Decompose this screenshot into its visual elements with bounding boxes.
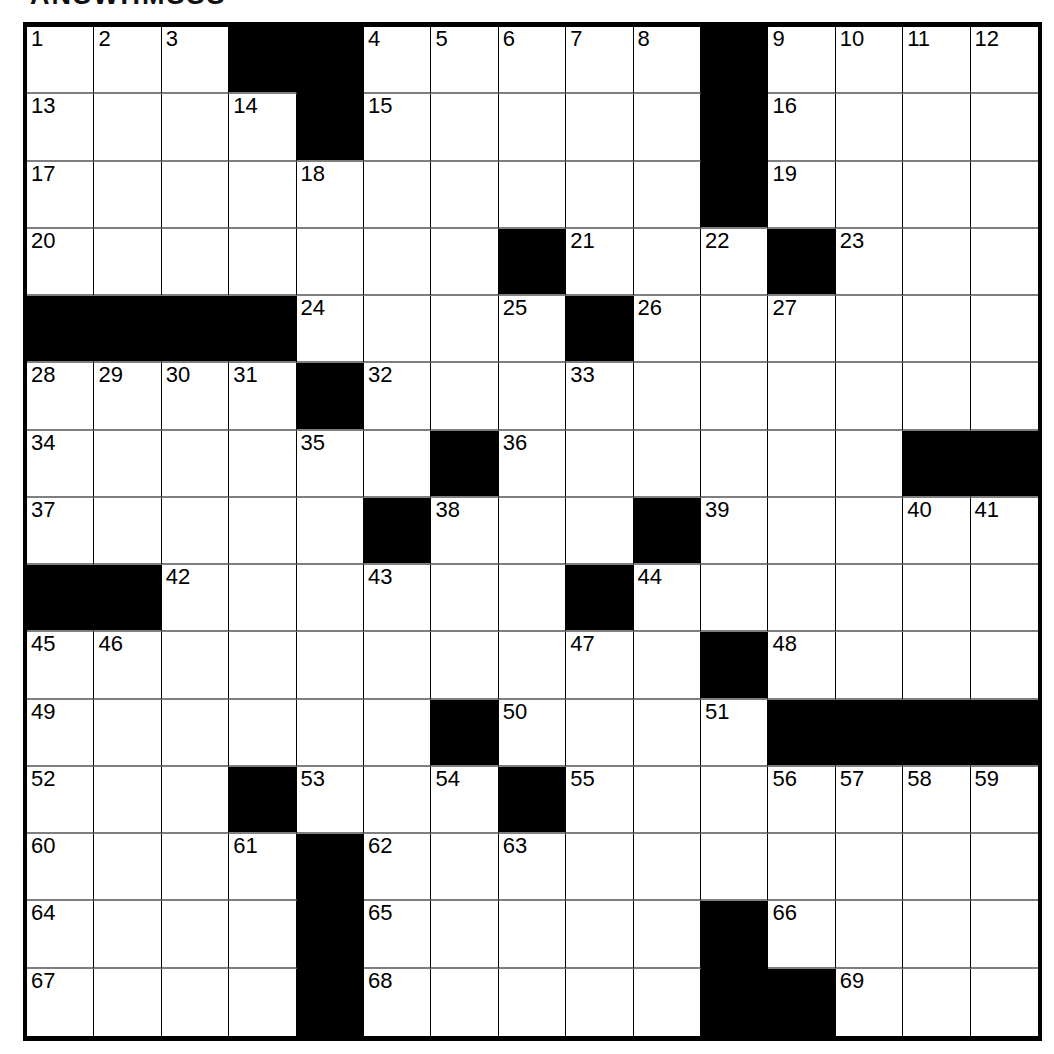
clue-number: 58 (907, 767, 931, 791)
white-cell[interactable] (499, 901, 566, 968)
black-cell (903, 700, 970, 767)
white-cell[interactable] (162, 969, 229, 1036)
white-cell[interactable]: 22 (701, 229, 768, 296)
white-cell[interactable] (94, 94, 161, 161)
white-cell[interactable]: 30 (162, 363, 229, 430)
clue-number: 54 (435, 767, 459, 791)
clue-number: 55 (570, 767, 594, 791)
white-cell[interactable] (836, 498, 903, 565)
clue-number: 29 (98, 363, 122, 387)
black-cell (701, 94, 768, 161)
white-cell[interactable]: 54 (431, 767, 498, 834)
clue-number: 67 (31, 969, 55, 993)
white-cell[interactable] (903, 296, 970, 363)
white-cell[interactable] (566, 700, 633, 767)
clue-number: 40 (907, 498, 931, 522)
clue-number: 15 (368, 94, 392, 118)
white-cell[interactable] (364, 767, 431, 834)
white-cell[interactable]: 64 (27, 901, 94, 968)
clue-number: 21 (570, 229, 594, 253)
white-cell[interactable] (94, 498, 161, 565)
white-cell[interactable] (297, 632, 364, 699)
black-cell (162, 296, 229, 363)
white-cell[interactable] (162, 700, 229, 767)
white-cell[interactable] (94, 700, 161, 767)
clue-number: 38 (435, 498, 459, 522)
black-cell (297, 27, 364, 94)
white-cell[interactable] (634, 431, 701, 498)
clue-number: 25 (503, 296, 527, 320)
white-cell[interactable] (634, 363, 701, 430)
clue-number: 60 (31, 834, 55, 858)
white-cell[interactable]: 33 (566, 363, 633, 430)
white-cell[interactable] (836, 632, 903, 699)
clue-number: 41 (975, 498, 999, 522)
white-cell[interactable] (162, 834, 229, 901)
white-cell[interactable]: 14 (229, 94, 296, 161)
white-cell[interactable] (903, 969, 970, 1036)
clue-number: 45 (31, 632, 55, 656)
white-cell[interactable]: 16 (768, 94, 835, 161)
clue-number: 9 (772, 27, 784, 51)
white-cell[interactable]: 4 (364, 27, 431, 94)
white-cell[interactable]: 55 (566, 767, 633, 834)
clue-number: 6 (503, 27, 515, 51)
black-cell (94, 296, 161, 363)
white-cell[interactable]: 37 (27, 498, 94, 565)
black-cell (566, 565, 633, 632)
white-cell[interactable]: 7 (566, 27, 633, 94)
white-cell[interactable] (971, 901, 1038, 968)
white-cell[interactable] (499, 969, 566, 1036)
white-cell[interactable] (229, 498, 296, 565)
white-cell[interactable] (499, 162, 566, 229)
white-cell[interactable]: 23 (836, 229, 903, 296)
clue-number: 39 (705, 498, 729, 522)
black-cell (768, 229, 835, 296)
white-cell[interactable] (229, 901, 296, 968)
white-cell[interactable]: 39 (701, 498, 768, 565)
white-cell[interactable] (364, 296, 431, 363)
clue-number: 7 (570, 27, 582, 51)
white-cell[interactable]: 69 (836, 969, 903, 1036)
clue-number: 17 (31, 162, 55, 186)
white-cell[interactable] (701, 296, 768, 363)
white-cell[interactable]: 51 (701, 700, 768, 767)
white-cell[interactable]: 10 (836, 27, 903, 94)
white-cell[interactable] (499, 363, 566, 430)
black-cell (566, 296, 633, 363)
clue-number: 61 (233, 834, 257, 858)
clue-number: 34 (31, 431, 55, 455)
white-cell[interactable]: 34 (27, 431, 94, 498)
clue-number: 50 (503, 700, 527, 724)
clue-number: 19 (772, 162, 796, 186)
clue-number: 63 (503, 834, 527, 858)
white-cell[interactable]: 38 (431, 498, 498, 565)
white-cell[interactable]: 61 (229, 834, 296, 901)
clue-number: 47 (570, 632, 594, 656)
clue-number: 16 (772, 94, 796, 118)
white-cell[interactable] (971, 229, 1038, 296)
white-cell[interactable]: 65 (364, 901, 431, 968)
white-cell[interactable] (162, 162, 229, 229)
black-cell (701, 901, 768, 968)
black-cell (499, 767, 566, 834)
white-cell[interactable] (499, 632, 566, 699)
white-cell[interactable]: 17 (27, 162, 94, 229)
white-cell[interactable]: 66 (768, 901, 835, 968)
white-cell[interactable] (836, 565, 903, 632)
white-cell[interactable] (836, 901, 903, 968)
clue-number: 14 (233, 94, 257, 118)
clue-number: 33 (570, 363, 594, 387)
black-cell (297, 94, 364, 161)
white-cell[interactable] (634, 632, 701, 699)
black-cell (903, 431, 970, 498)
white-cell[interactable]: 21 (566, 229, 633, 296)
clue-number: 65 (368, 901, 392, 925)
black-cell (431, 431, 498, 498)
white-cell[interactable]: 68 (364, 969, 431, 1036)
crossword-grid: 1234567891011121314151617181920212223242… (23, 22, 1042, 1041)
white-cell[interactable] (971, 565, 1038, 632)
white-cell[interactable] (364, 632, 431, 699)
white-cell[interactable]: 6 (499, 27, 566, 94)
white-cell[interactable] (903, 834, 970, 901)
white-cell[interactable] (94, 229, 161, 296)
white-cell[interactable] (903, 363, 970, 430)
white-cell[interactable] (836, 431, 903, 498)
clue-number: 48 (772, 632, 796, 656)
black-cell (971, 431, 1038, 498)
clue-number: 31 (233, 363, 257, 387)
clue-number: 57 (840, 767, 864, 791)
white-cell[interactable] (94, 162, 161, 229)
white-cell[interactable] (431, 632, 498, 699)
clue-number: 23 (840, 229, 864, 253)
white-cell[interactable]: 25 (499, 296, 566, 363)
white-cell[interactable] (566, 901, 633, 968)
clue-number: 69 (840, 969, 864, 993)
clue-number: 12 (975, 27, 999, 51)
white-cell[interactable] (229, 969, 296, 1036)
white-cell[interactable]: 12 (971, 27, 1038, 94)
white-cell[interactable]: 46 (94, 632, 161, 699)
black-cell (971, 700, 1038, 767)
white-cell[interactable] (162, 767, 229, 834)
clue-number: 28 (31, 363, 55, 387)
white-cell[interactable]: 15 (364, 94, 431, 161)
white-cell[interactable]: 27 (768, 296, 835, 363)
black-cell (94, 565, 161, 632)
white-cell[interactable]: 40 (903, 498, 970, 565)
clue-number: 18 (301, 162, 325, 186)
clue-number: 32 (368, 363, 392, 387)
clue-number: 62 (368, 834, 392, 858)
black-cell (701, 162, 768, 229)
clue-number: 66 (772, 901, 796, 925)
white-cell[interactable] (94, 834, 161, 901)
white-cell[interactable] (903, 162, 970, 229)
white-cell[interactable]: 19 (768, 162, 835, 229)
white-cell[interactable] (364, 431, 431, 498)
clue-number: 51 (705, 700, 729, 724)
white-cell[interactable] (431, 901, 498, 968)
white-cell[interactable]: 26 (634, 296, 701, 363)
white-cell[interactable]: 44 (634, 565, 701, 632)
clue-number: 30 (166, 363, 190, 387)
white-cell[interactable] (566, 498, 633, 565)
white-cell[interactable] (162, 94, 229, 161)
white-cell[interactable] (229, 162, 296, 229)
white-cell[interactable] (229, 229, 296, 296)
white-cell[interactable] (162, 498, 229, 565)
white-cell[interactable]: 24 (297, 296, 364, 363)
white-cell[interactable] (297, 565, 364, 632)
clue-number: 64 (31, 901, 55, 925)
white-cell[interactable]: 48 (768, 632, 835, 699)
white-cell[interactable]: 28 (27, 363, 94, 430)
clue-number: 3 (166, 27, 178, 51)
white-cell[interactable] (971, 94, 1038, 161)
clue-number: 46 (98, 632, 122, 656)
white-cell[interactable] (94, 901, 161, 968)
clue-number: 52 (31, 767, 55, 791)
white-cell[interactable] (701, 767, 768, 834)
white-cell[interactable]: 11 (903, 27, 970, 94)
white-cell[interactable] (566, 431, 633, 498)
white-cell[interactable]: 32 (364, 363, 431, 430)
white-cell[interactable] (431, 565, 498, 632)
white-cell[interactable] (836, 834, 903, 901)
clue-number: 59 (975, 767, 999, 791)
white-cell[interactable] (566, 94, 633, 161)
black-cell (701, 27, 768, 94)
white-cell[interactable] (566, 969, 633, 1036)
white-cell[interactable]: 59 (971, 767, 1038, 834)
white-cell[interactable] (634, 767, 701, 834)
white-cell[interactable] (364, 700, 431, 767)
clue-number: 8 (638, 27, 650, 51)
white-cell[interactable] (162, 901, 229, 968)
white-cell[interactable] (903, 901, 970, 968)
white-cell[interactable]: 67 (27, 969, 94, 1036)
white-cell[interactable] (971, 363, 1038, 430)
black-cell (27, 296, 94, 363)
clue-number: 5 (435, 27, 447, 51)
white-cell[interactable] (499, 565, 566, 632)
white-cell[interactable] (701, 431, 768, 498)
white-cell[interactable] (634, 229, 701, 296)
white-cell[interactable]: 58 (903, 767, 970, 834)
black-cell (701, 632, 768, 699)
white-cell[interactable]: 56 (768, 767, 835, 834)
black-cell (297, 834, 364, 901)
white-cell[interactable] (634, 94, 701, 161)
white-cell[interactable]: 18 (297, 162, 364, 229)
white-cell[interactable]: 49 (27, 700, 94, 767)
white-cell[interactable]: 53 (297, 767, 364, 834)
white-cell[interactable] (634, 969, 701, 1036)
white-cell[interactable] (836, 162, 903, 229)
cropped-title-text: ANSWHMSSS (30, 0, 320, 9)
black-cell (27, 565, 94, 632)
white-cell[interactable] (971, 162, 1038, 229)
white-cell[interactable]: 47 (566, 632, 633, 699)
white-cell[interactable] (297, 700, 364, 767)
white-cell[interactable] (836, 363, 903, 430)
white-cell[interactable] (634, 901, 701, 968)
clue-number: 37 (31, 498, 55, 522)
black-cell (431, 700, 498, 767)
black-cell (229, 27, 296, 94)
cropped-title: ANSWHMSSS (30, 0, 320, 9)
white-cell[interactable] (162, 431, 229, 498)
black-cell (364, 498, 431, 565)
clue-number: 4 (368, 27, 380, 51)
clue-number: 10 (840, 27, 864, 51)
clue-number: 42 (166, 565, 190, 589)
white-cell[interactable] (971, 969, 1038, 1036)
white-cell[interactable] (701, 565, 768, 632)
white-cell[interactable] (431, 296, 498, 363)
white-cell[interactable]: 50 (499, 700, 566, 767)
white-cell[interactable] (768, 565, 835, 632)
white-cell[interactable] (971, 296, 1038, 363)
white-cell[interactable] (768, 363, 835, 430)
white-cell[interactable] (431, 229, 498, 296)
black-cell (297, 363, 364, 430)
clue-number: 20 (31, 229, 55, 253)
white-cell[interactable]: 2 (94, 27, 161, 94)
white-cell[interactable] (431, 162, 498, 229)
black-cell (768, 969, 835, 1036)
white-cell[interactable] (903, 229, 970, 296)
black-cell (634, 498, 701, 565)
white-cell[interactable] (431, 94, 498, 161)
white-cell[interactable] (634, 700, 701, 767)
clue-number: 36 (503, 431, 527, 455)
white-cell[interactable] (499, 498, 566, 565)
white-cell[interactable] (634, 162, 701, 229)
white-cell[interactable] (634, 834, 701, 901)
white-cell[interactable] (94, 431, 161, 498)
clue-number: 26 (638, 296, 662, 320)
clue-number: 56 (772, 767, 796, 791)
white-cell[interactable]: 1 (27, 27, 94, 94)
white-cell[interactable] (364, 162, 431, 229)
clue-number: 44 (638, 565, 662, 589)
white-cell[interactable]: 45 (27, 632, 94, 699)
white-cell[interactable]: 9 (768, 27, 835, 94)
white-cell[interactable]: 13 (27, 94, 94, 161)
white-cell[interactable]: 36 (499, 431, 566, 498)
white-cell[interactable] (768, 431, 835, 498)
white-cell[interactable] (162, 632, 229, 699)
white-cell[interactable]: 57 (836, 767, 903, 834)
white-cell[interactable] (903, 565, 970, 632)
clue-number: 1 (31, 27, 43, 51)
white-cell[interactable] (971, 632, 1038, 699)
white-cell[interactable]: 29 (94, 363, 161, 430)
white-cell[interactable]: 43 (364, 565, 431, 632)
white-cell[interactable] (94, 969, 161, 1036)
clue-number: 22 (705, 229, 729, 253)
clue-number: 35 (301, 431, 325, 455)
white-cell[interactable] (431, 969, 498, 1036)
white-cell[interactable] (566, 834, 633, 901)
white-cell[interactable]: 63 (499, 834, 566, 901)
white-cell[interactable] (229, 565, 296, 632)
white-cell[interactable]: 5 (431, 27, 498, 94)
white-cell[interactable] (768, 498, 835, 565)
white-cell[interactable] (229, 431, 296, 498)
white-cell[interactable] (768, 834, 835, 901)
white-cell[interactable] (903, 94, 970, 161)
white-cell[interactable] (162, 229, 229, 296)
clue-number: 43 (368, 565, 392, 589)
white-cell[interactable] (836, 296, 903, 363)
white-cell[interactable]: 8 (634, 27, 701, 94)
black-cell (768, 700, 835, 767)
white-cell[interactable] (566, 162, 633, 229)
black-cell (836, 700, 903, 767)
white-cell[interactable] (297, 498, 364, 565)
white-cell[interactable]: 42 (162, 565, 229, 632)
clue-number: 49 (31, 700, 55, 724)
white-cell[interactable]: 52 (27, 767, 94, 834)
white-cell[interactable]: 35 (297, 431, 364, 498)
clue-number: 24 (301, 296, 325, 320)
white-cell[interactable] (229, 632, 296, 699)
white-cell[interactable]: 3 (162, 27, 229, 94)
white-cell[interactable] (229, 700, 296, 767)
black-cell (297, 969, 364, 1036)
black-cell (229, 296, 296, 363)
white-cell[interactable] (94, 767, 161, 834)
white-cell[interactable] (903, 632, 970, 699)
white-cell[interactable] (499, 94, 566, 161)
white-cell[interactable]: 20 (27, 229, 94, 296)
white-cell[interactable] (836, 94, 903, 161)
clue-number: 27 (772, 296, 796, 320)
clue-number: 53 (301, 767, 325, 791)
clue-number: 68 (368, 969, 392, 993)
black-cell (499, 229, 566, 296)
black-cell (701, 969, 768, 1036)
white-cell[interactable]: 41 (971, 498, 1038, 565)
black-cell (297, 901, 364, 968)
clue-number: 2 (98, 27, 110, 51)
clue-number: 11 (907, 27, 930, 51)
white-cell[interactable]: 31 (229, 363, 296, 430)
white-cell[interactable] (701, 363, 768, 430)
clue-number: 13 (31, 94, 55, 118)
white-cell[interactable] (364, 229, 431, 296)
white-cell[interactable] (431, 363, 498, 430)
white-cell[interactable]: 62 (364, 834, 431, 901)
white-cell[interactable]: 60 (27, 834, 94, 901)
white-cell[interactable] (297, 229, 364, 296)
white-cell[interactable] (701, 834, 768, 901)
white-cell[interactable] (971, 834, 1038, 901)
black-cell (229, 767, 296, 834)
white-cell[interactable] (431, 834, 498, 901)
